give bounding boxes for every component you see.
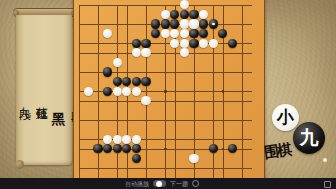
white-stone	[132, 48, 141, 57]
white-stone	[180, 19, 189, 28]
black-stone	[189, 29, 198, 38]
black-stone	[122, 77, 131, 86]
star-point	[164, 148, 167, 151]
black-stone	[151, 29, 160, 38]
white-stone	[161, 29, 170, 38]
white-stone	[170, 29, 179, 38]
app-logo: 小 九 围棋	[264, 96, 334, 176]
black-stone	[170, 19, 179, 28]
black-stone	[199, 19, 208, 28]
white-stone	[189, 19, 198, 28]
white-stone	[122, 135, 131, 144]
black-player-name: 范廷钰	[33, 97, 50, 100]
black-stone	[209, 19, 218, 28]
white-stone	[199, 10, 208, 19]
go-board[interactable]	[73, 0, 265, 182]
black-stone	[132, 154, 141, 163]
white-stone	[132, 135, 141, 144]
black-stone	[189, 39, 198, 48]
black-stone	[189, 10, 198, 19]
last-move-marker	[212, 23, 215, 26]
white-stone	[122, 87, 131, 96]
player-control-bar: 自动播放 下一题	[0, 178, 336, 189]
bar-left-label: 自动播放	[125, 181, 149, 187]
toggle-knob	[156, 181, 162, 187]
autoplay-toggle[interactable]	[153, 180, 166, 187]
white-stone	[170, 39, 179, 48]
white-stone	[103, 135, 112, 144]
count-badge-icon	[192, 180, 199, 187]
white-stone	[199, 39, 208, 48]
black-stone	[93, 144, 102, 153]
logo-white-stone-char: 小	[277, 106, 294, 129]
logo-black-stone-char: 九	[300, 125, 319, 151]
black-stone	[209, 144, 218, 153]
black-stone	[218, 29, 227, 38]
white-stone	[180, 39, 189, 48]
black-stone	[103, 144, 112, 153]
white-stone	[132, 87, 141, 96]
white-stone	[113, 135, 122, 144]
black-stone	[199, 29, 208, 38]
white-stone	[180, 0, 189, 9]
black-stone	[103, 67, 112, 76]
white-stone	[113, 58, 122, 67]
black-stone	[113, 144, 122, 153]
black-stone	[180, 10, 189, 19]
black-stone	[170, 10, 179, 19]
white-stone	[209, 39, 218, 48]
fullscreen-icon[interactable]	[324, 181, 331, 188]
black-stone	[132, 77, 141, 86]
black-stone	[132, 144, 141, 153]
star-point	[222, 148, 225, 151]
black-stone	[141, 39, 150, 48]
star-point	[222, 90, 225, 93]
black-stone	[113, 77, 122, 86]
white-stone	[103, 29, 112, 38]
black-stone	[132, 39, 141, 48]
black-stone	[151, 19, 160, 28]
white-stone	[113, 87, 122, 96]
bar-right-label: 下一题	[170, 181, 188, 187]
black-stone	[161, 19, 170, 28]
star-point	[164, 90, 167, 93]
black-player-rank: 九段	[16, 97, 33, 101]
black-stone	[141, 77, 150, 86]
white-stone	[141, 96, 150, 105]
white-stone	[180, 48, 189, 57]
logo-white-stone: 小	[272, 104, 299, 131]
black-player-column: 黑 范廷钰 九段	[16, 20, 68, 166]
white-stone	[161, 10, 170, 19]
white-stone	[180, 29, 189, 38]
white-stone	[141, 48, 150, 57]
logo-black-stone: 九	[293, 122, 325, 154]
logo-script-text: 围棋	[263, 140, 291, 162]
player-scroll-panel: 白 丁浩 九段 黑 范廷钰 九段	[13, 8, 75, 168]
go-broadcast-screen: 白 丁浩 九段 黑 范廷钰 九段 小 九 围棋 自动播放	[0, 0, 336, 189]
logo-ink-dot	[323, 158, 327, 162]
black-stone	[228, 39, 237, 48]
board-grid[interactable]	[79, 5, 252, 178]
black-stone	[122, 144, 131, 153]
black-stone	[103, 87, 112, 96]
white-stone	[84, 87, 93, 96]
black-stone	[228, 144, 237, 153]
white-stone	[189, 154, 198, 163]
black-color-label: 黑	[50, 101, 68, 104]
